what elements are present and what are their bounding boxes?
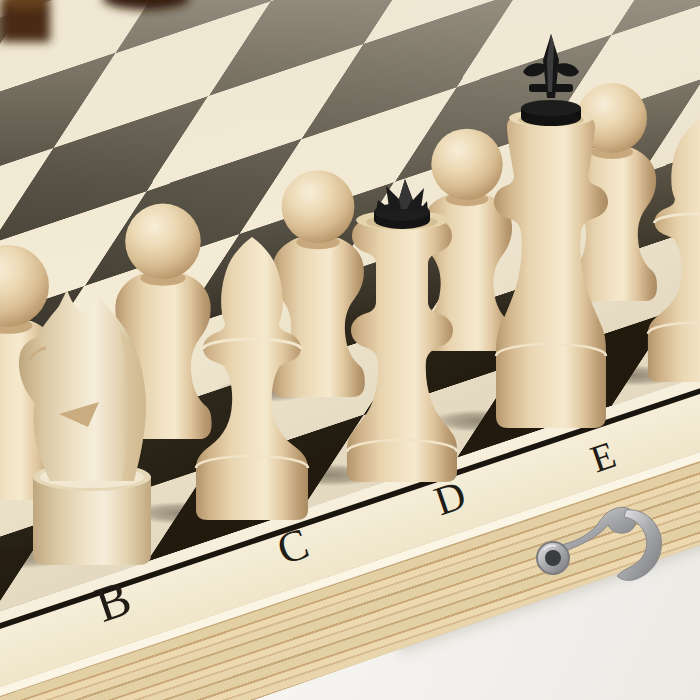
clasp-latch (537, 507, 661, 580)
chess-set-photo: B C D E (0, 0, 700, 700)
background-black-piece-2 (102, 0, 190, 10)
pieces-layer (0, 0, 700, 700)
background-black-piece-1 (0, 0, 50, 42)
